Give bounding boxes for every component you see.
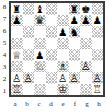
rank-label-6: 6: [0, 25, 9, 37]
square-f7[interactable]: ♟: [69, 15, 81, 27]
file-label-d: d: [45, 97, 57, 109]
piece-black-pawn: ♟: [93, 15, 102, 26]
square-e3[interactable]: ♗: [57, 61, 69, 73]
square-e2[interactable]: ♙: [57, 72, 69, 84]
square-e7[interactable]: [57, 15, 69, 27]
square-b5[interactable]: [23, 38, 35, 50]
chess-board-diagram: 87654321 ♜♝♜♚♟♛♟♟♟♟♞♕♟♘♗♙♙♙♙♙♙♖♔♖ abcdef…: [0, 0, 109, 112]
piece-white-queen: ♕: [12, 50, 21, 61]
square-a2[interactable]: ♙: [11, 72, 23, 84]
square-e1[interactable]: ♔: [57, 84, 69, 96]
file-label-c: c: [33, 97, 45, 109]
square-d8[interactable]: [46, 3, 58, 15]
square-c8[interactable]: ♝: [34, 3, 46, 15]
square-g1[interactable]: [80, 84, 92, 96]
piece-black-knight: ♞: [70, 27, 79, 38]
square-d7[interactable]: [46, 15, 58, 27]
piece-black-pawn: ♟: [12, 15, 21, 26]
square-a8[interactable]: ♜: [11, 3, 23, 15]
piece-white-knight: ♘: [35, 61, 44, 72]
square-h5[interactable]: [92, 38, 104, 50]
square-a5[interactable]: [11, 38, 23, 50]
piece-black-rook: ♜: [70, 4, 79, 15]
square-f8[interactable]: ♜: [69, 3, 81, 15]
square-c4[interactable]: ♟: [34, 49, 46, 61]
square-f6[interactable]: ♞: [69, 26, 81, 38]
square-g4[interactable]: [80, 49, 92, 61]
square-f3[interactable]: [69, 61, 81, 73]
square-h7[interactable]: ♟: [92, 15, 104, 27]
square-b8[interactable]: [23, 3, 35, 15]
rank-label-8: 8: [0, 1, 9, 13]
file-label-a: a: [9, 97, 21, 109]
file-labels: abcdefgh: [9, 97, 105, 109]
square-f1[interactable]: [69, 84, 81, 96]
square-c2[interactable]: [34, 72, 46, 84]
square-g2[interactable]: [80, 72, 92, 84]
square-d3[interactable]: [46, 61, 58, 73]
square-c7[interactable]: ♛: [34, 15, 46, 27]
square-b2[interactable]: ♙: [23, 72, 35, 84]
square-e4[interactable]: [57, 49, 69, 61]
square-h4[interactable]: [92, 49, 104, 61]
square-e5[interactable]: [57, 38, 69, 50]
square-e8[interactable]: [57, 3, 69, 15]
rank-label-2: 2: [0, 73, 9, 85]
square-d5[interactable]: [46, 38, 58, 50]
square-d2[interactable]: [46, 72, 58, 84]
piece-white-pawn: ♙: [81, 61, 90, 72]
square-h1[interactable]: ♖: [92, 84, 104, 96]
rank-labels: 87654321: [0, 1, 9, 97]
square-f4[interactable]: [69, 49, 81, 61]
piece-black-rook: ♜: [12, 4, 21, 15]
square-a6[interactable]: [11, 26, 23, 38]
file-label-e: e: [57, 97, 69, 109]
square-h3[interactable]: [92, 61, 104, 73]
rank-label-4: 4: [0, 49, 9, 61]
square-b1[interactable]: [23, 84, 35, 96]
rank-label-5: 5: [0, 37, 9, 49]
square-b6[interactable]: [23, 26, 35, 38]
square-e6[interactable]: ♟: [57, 26, 69, 38]
square-b7[interactable]: [23, 15, 35, 27]
square-d4[interactable]: [46, 49, 58, 61]
piece-black-bishop: ♝: [35, 4, 44, 15]
square-c3[interactable]: ♘: [34, 61, 46, 73]
piece-white-bishop: ♗: [58, 61, 67, 72]
square-c5[interactable]: [34, 38, 46, 50]
rank-label-1: 1: [0, 85, 9, 97]
file-label-g: g: [81, 97, 93, 109]
piece-white-pawn: ♙: [12, 73, 21, 84]
square-g5[interactable]: [80, 38, 92, 50]
piece-white-pawn: ♙: [93, 73, 102, 84]
square-g7[interactable]: ♟: [80, 15, 92, 27]
square-a1[interactable]: ♖: [11, 84, 23, 96]
chess-board: ♜♝♜♚♟♛♟♟♟♟♞♕♟♘♗♙♙♙♙♙♙♖♔♖: [11, 3, 103, 95]
square-d6[interactable]: [46, 26, 58, 38]
square-a7[interactable]: ♟: [11, 15, 23, 27]
piece-black-queen: ♛: [35, 15, 44, 26]
square-h6[interactable]: [92, 26, 104, 38]
square-d1[interactable]: [46, 84, 58, 96]
piece-black-pawn: ♟: [81, 15, 90, 26]
piece-white-pawn: ♙: [70, 73, 79, 84]
square-b3[interactable]: [23, 61, 35, 73]
square-g6[interactable]: [80, 26, 92, 38]
square-f2[interactable]: ♙: [69, 72, 81, 84]
square-c6[interactable]: [34, 26, 46, 38]
rank-label-3: 3: [0, 61, 9, 73]
piece-white-rook: ♖: [93, 84, 102, 95]
rank-label-7: 7: [0, 13, 9, 25]
square-b4[interactable]: [23, 49, 35, 61]
board-frame: ♜♝♜♚♟♛♟♟♟♟♞♕♟♘♗♙♙♙♙♙♙♖♔♖: [9, 1, 105, 97]
piece-white-pawn: ♙: [24, 73, 33, 84]
file-label-f: f: [69, 97, 81, 109]
square-h2[interactable]: ♙: [92, 72, 104, 84]
file-label-b: b: [21, 97, 33, 109]
square-f5[interactable]: [69, 38, 81, 50]
square-a4[interactable]: ♕: [11, 49, 23, 61]
piece-black-king: ♚: [81, 4, 90, 15]
square-a3[interactable]: [11, 61, 23, 73]
piece-black-pawn: ♟: [70, 15, 79, 26]
square-g3[interactable]: ♙: [80, 61, 92, 73]
piece-white-rook: ♖: [12, 84, 21, 95]
piece-white-king: ♔: [58, 84, 67, 95]
piece-black-pawn: ♟: [35, 50, 44, 61]
piece-white-pawn: ♙: [58, 73, 67, 84]
square-h8[interactable]: [92, 3, 104, 15]
piece-black-pawn: ♟: [58, 27, 67, 38]
square-c1[interactable]: [34, 84, 46, 96]
square-g8[interactable]: ♚: [80, 3, 92, 15]
file-label-h: h: [93, 97, 105, 109]
